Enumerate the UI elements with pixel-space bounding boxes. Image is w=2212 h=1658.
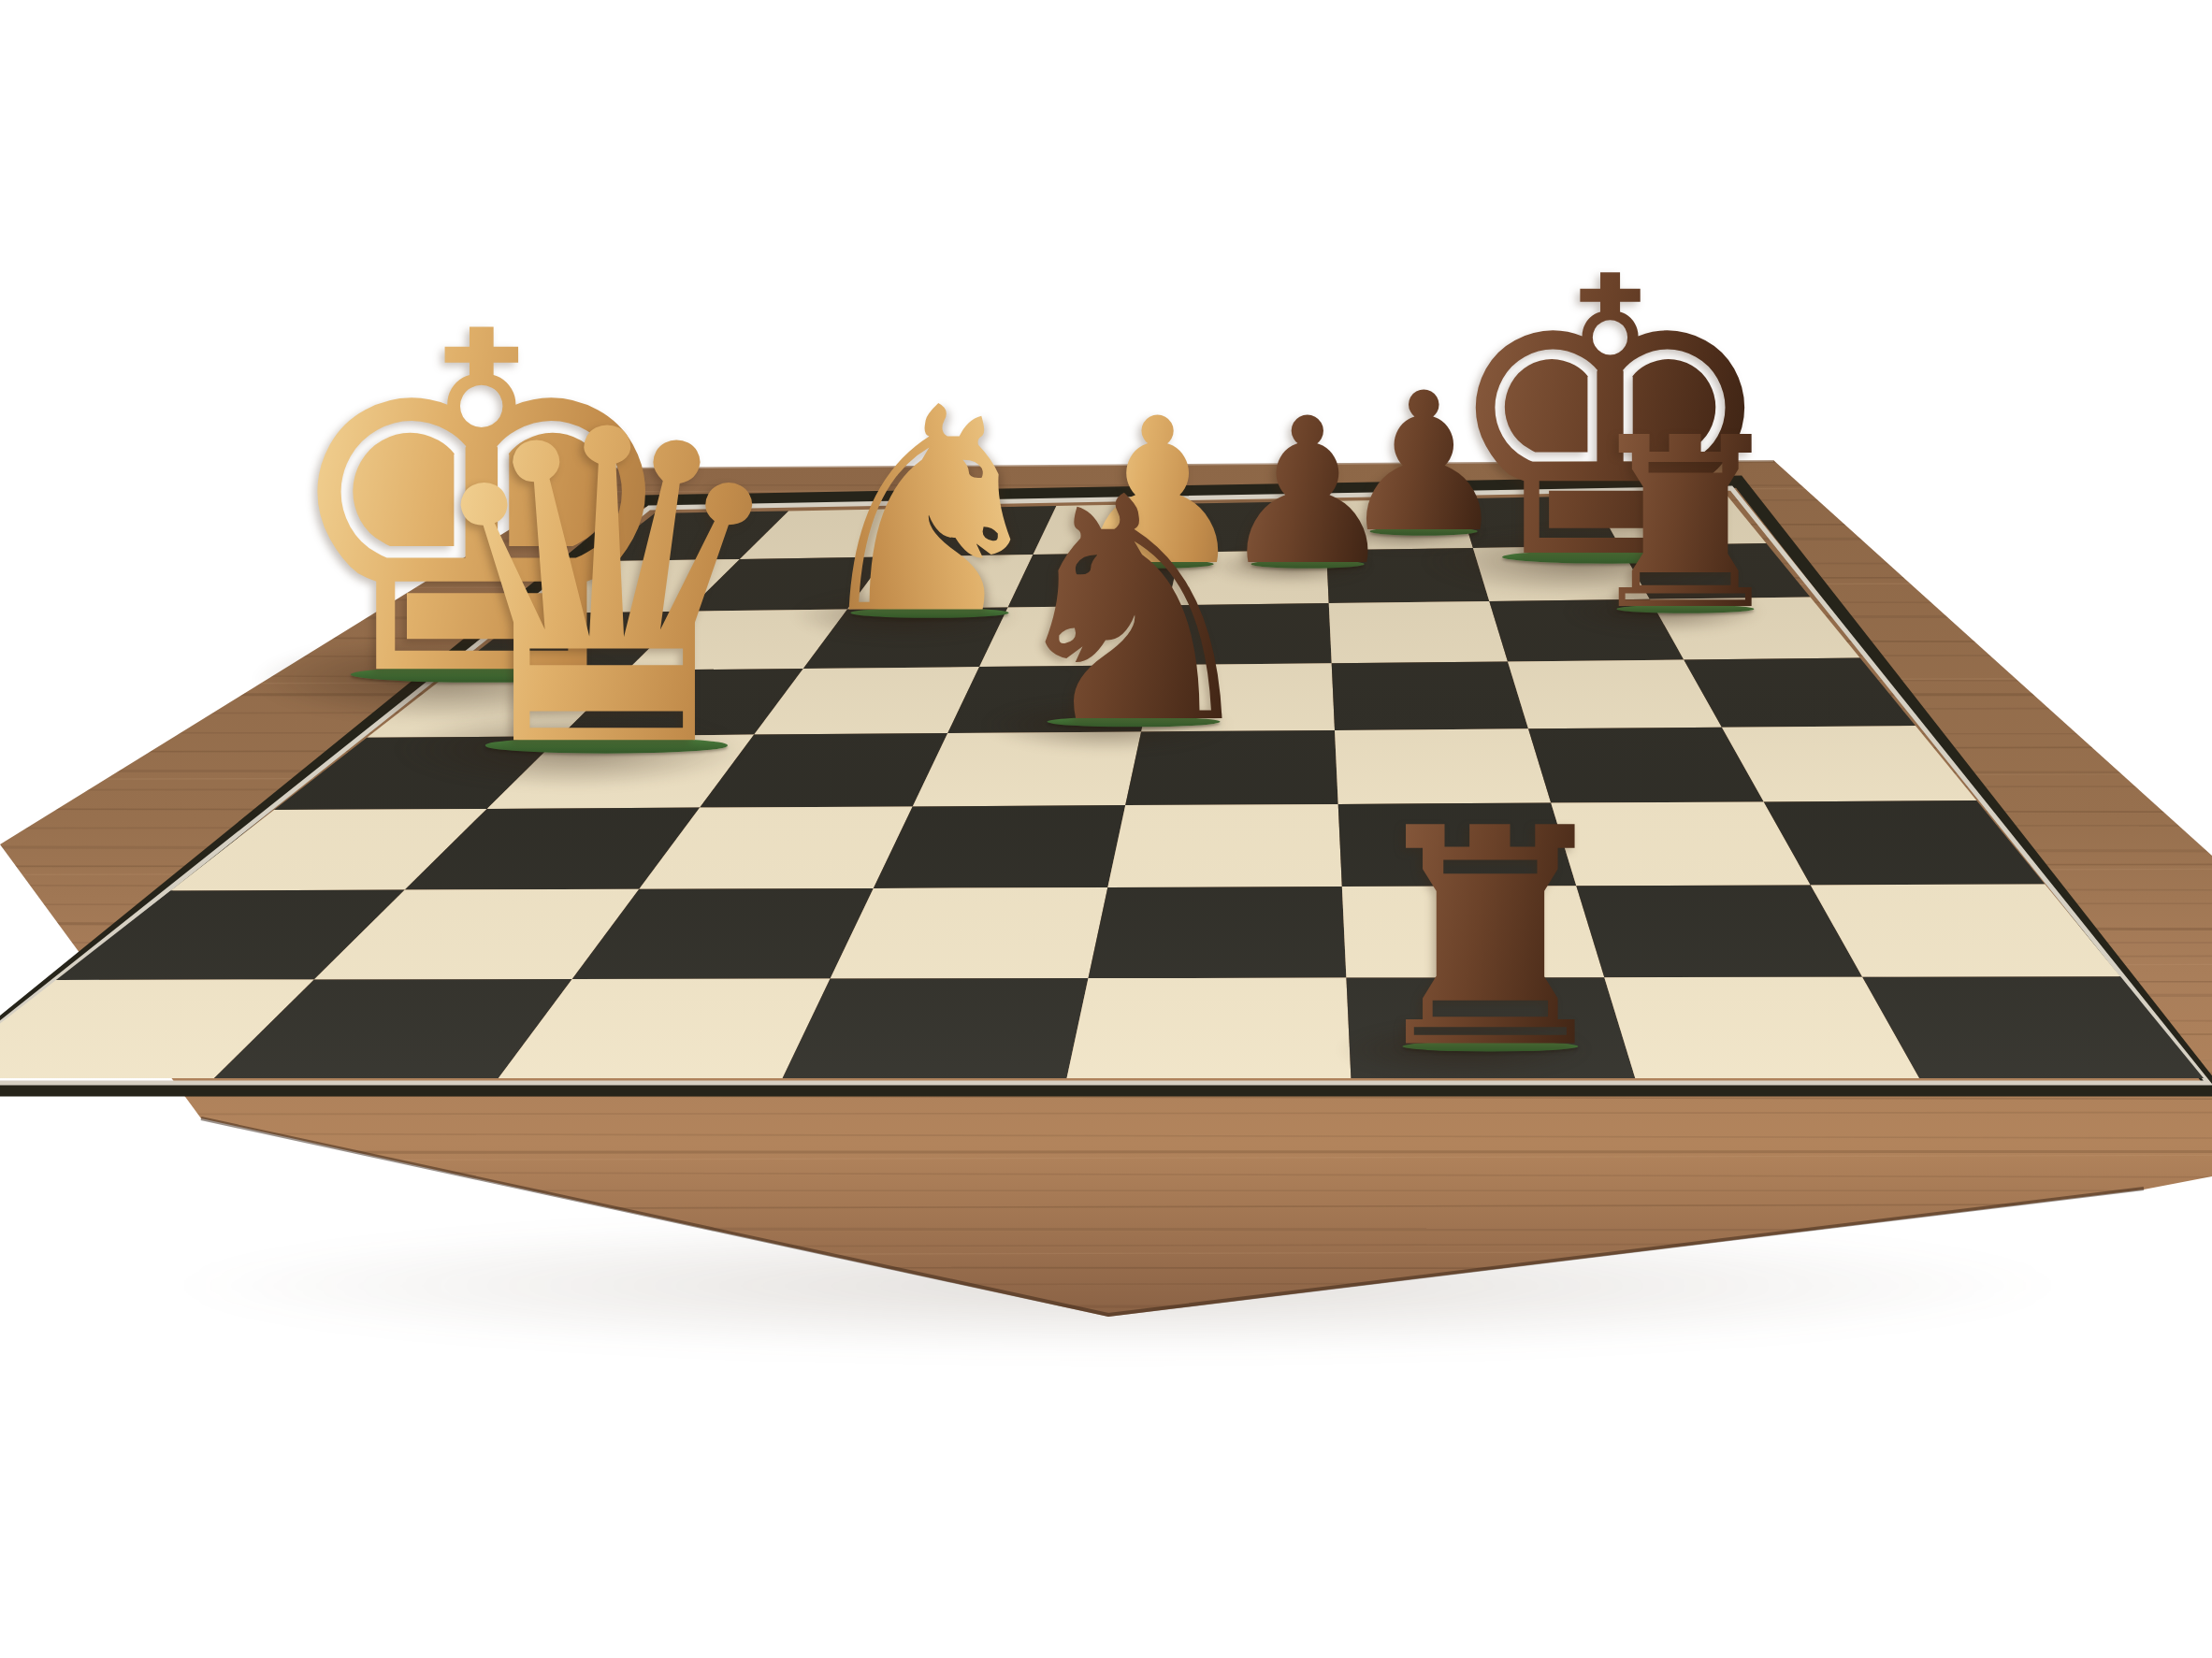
rook-glyph: ♜ <box>1580 407 1791 642</box>
chess-photo-scene: ♟♚♟♟♜♞♚♞♛♜ <box>0 0 2212 1658</box>
queen-glyph: ♛ <box>413 376 801 807</box>
pieces-layer: ♟♚♟♟♜♞♚♞♛♜ <box>0 0 2212 1658</box>
rook-glyph: ♜ <box>1356 789 1625 1089</box>
knight-glyph: ♞ <box>995 457 1272 766</box>
